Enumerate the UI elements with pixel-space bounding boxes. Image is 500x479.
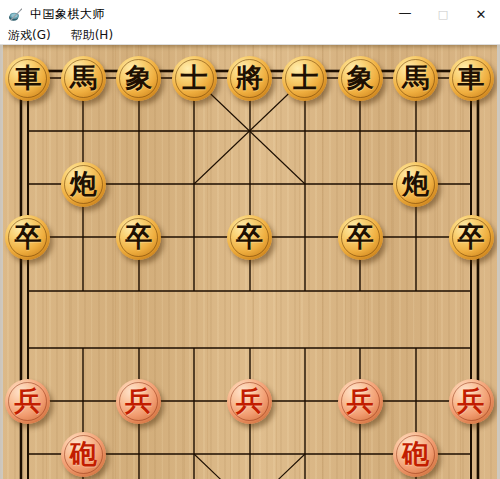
piece-black-chariot[interactable]: 車 <box>5 56 50 101</box>
piece-red-soldier[interactable]: 兵 <box>227 379 272 424</box>
maximize-button[interactable]: □ <box>424 0 462 28</box>
title-bar: 中国象棋大师 — □ ✕ <box>0 0 500 28</box>
board-cell: 炮 <box>56 158 111 211</box>
piece-black-general[interactable]: 將 <box>227 56 272 101</box>
board-cell: 兵 <box>222 375 277 428</box>
piece-character: 士 <box>291 64 318 91</box>
piece-character: 兵 <box>125 387 152 414</box>
piece-black-cannon[interactable]: 炮 <box>61 162 106 207</box>
board-cell: 砲 <box>56 428 111 479</box>
piece-character: 炮 <box>70 170 97 197</box>
piece-character: 兵 <box>347 387 374 414</box>
app-window: 中国象棋大师 — □ ✕ 游戏(G)帮助(H) <box>0 0 500 479</box>
piece-black-advisor[interactable]: 士 <box>282 56 327 101</box>
caption-buttons: — □ ✕ <box>386 0 500 28</box>
piece-character: 車 <box>458 64 485 91</box>
minimize-icon: — <box>399 6 412 19</box>
menu-bar: 游戏(G)帮助(H) <box>0 28 500 45</box>
board[interactable]: 車馬象士將士象馬車炮炮卒卒卒卒卒兵兵兵兵兵砲砲 <box>0 52 499 479</box>
window-title: 中国象棋大师 <box>30 6 105 23</box>
board-cell: 兵 <box>333 375 388 428</box>
piece-character: 象 <box>125 64 152 91</box>
board-cell: 車 <box>0 52 55 105</box>
board-cell: 馬 <box>388 52 443 105</box>
piece-character: 砲 <box>402 440 429 467</box>
board-cell: 車 <box>443 52 498 105</box>
board-cell: 兵 <box>0 375 55 428</box>
piece-character: 馬 <box>402 64 429 91</box>
piece-black-soldier[interactable]: 卒 <box>116 215 161 260</box>
board-cell: 士 <box>277 52 332 105</box>
board-cell: 象 <box>111 52 166 105</box>
piece-black-chariot[interactable]: 車 <box>449 56 494 101</box>
piece-character: 兵 <box>236 387 263 414</box>
piece-red-soldier[interactable]: 兵 <box>116 379 161 424</box>
board-cell: 兵 <box>111 375 166 428</box>
piece-character: 馬 <box>70 64 97 91</box>
piece-red-soldier[interactable]: 兵 <box>338 379 383 424</box>
board-cell: 將 <box>222 52 277 105</box>
piece-character: 卒 <box>125 223 152 250</box>
piece-character: 砲 <box>70 440 97 467</box>
board-cell: 卒 <box>0 211 55 265</box>
app-icon[interactable] <box>8 6 24 22</box>
maximize-icon: □ <box>438 9 448 20</box>
piece-black-soldier[interactable]: 卒 <box>227 215 272 260</box>
piece-character: 卒 <box>347 223 374 250</box>
piece-black-horse[interactable]: 馬 <box>393 56 438 101</box>
piece-red-soldier[interactable]: 兵 <box>5 379 50 424</box>
close-button[interactable]: ✕ <box>462 0 500 28</box>
piece-character: 車 <box>14 64 41 91</box>
piece-character: 卒 <box>236 223 263 250</box>
board-cell: 砲 <box>388 428 443 479</box>
piece-character: 卒 <box>458 223 485 250</box>
board-cell: 卒 <box>333 211 388 265</box>
piece-character: 象 <box>347 64 374 91</box>
board-cell: 士 <box>166 52 221 105</box>
board-cell: 炮 <box>388 158 443 211</box>
piece-character: 兵 <box>458 387 485 414</box>
piece-black-soldier[interactable]: 卒 <box>5 215 50 260</box>
board-cell: 兵 <box>443 375 498 428</box>
piece-red-cannon[interactable]: 砲 <box>61 432 106 477</box>
piece-character: 兵 <box>14 387 41 414</box>
board-cell: 馬 <box>56 52 111 105</box>
board-cell: 卒 <box>443 211 498 265</box>
piece-black-horse[interactable]: 馬 <box>61 56 106 101</box>
piece-black-elephant[interactable]: 象 <box>116 56 161 101</box>
menu-item-help[interactable]: 帮助(H) <box>70 27 122 46</box>
piece-black-soldier[interactable]: 卒 <box>338 215 383 260</box>
board-cell: 卒 <box>222 211 277 265</box>
piece-character: 卒 <box>14 223 41 250</box>
piece-black-elephant[interactable]: 象 <box>338 56 383 101</box>
minimize-button[interactable]: — <box>386 0 424 28</box>
close-icon: ✕ <box>476 8 487 21</box>
piece-black-advisor[interactable]: 士 <box>172 56 217 101</box>
piece-red-soldier[interactable]: 兵 <box>449 379 494 424</box>
window-border-left <box>0 45 3 479</box>
menu-item-game[interactable]: 游戏(G) <box>7 27 60 46</box>
piece-character: 士 <box>181 64 208 91</box>
board-area: 車馬象士將士象馬車炮炮卒卒卒卒卒兵兵兵兵兵砲砲 <box>0 45 500 479</box>
board-cell: 象 <box>333 52 388 105</box>
piece-character: 將 <box>236 64 263 91</box>
piece-black-cannon[interactable]: 炮 <box>393 162 438 207</box>
piece-red-cannon[interactable]: 砲 <box>393 432 438 477</box>
piece-black-soldier[interactable]: 卒 <box>449 215 494 260</box>
board-cell: 卒 <box>111 211 166 265</box>
piece-character: 炮 <box>402 170 429 197</box>
